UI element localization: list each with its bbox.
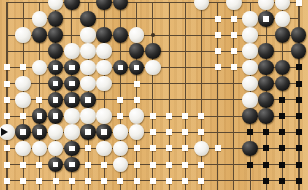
white-territory-marker[interactable] <box>182 113 188 119</box>
white-stone[interactable] <box>145 60 161 76</box>
white-stone[interactable] <box>242 27 258 43</box>
black-stone[interactable] <box>291 43 307 59</box>
dead-black-stone[interactable] <box>80 124 96 140</box>
black-territory-marker[interactable] <box>263 145 269 151</box>
black-stone[interactable] <box>48 27 64 43</box>
dead-black-stone[interactable] <box>48 76 64 92</box>
white-territory-marker[interactable] <box>117 97 123 103</box>
white-territory-marker[interactable] <box>215 64 221 70</box>
white-territory-marker[interactable] <box>134 145 140 151</box>
dead-black-stone[interactable] <box>64 60 80 76</box>
dead-mark-icon <box>69 97 75 103</box>
black-territory-marker[interactable] <box>279 129 285 135</box>
white-stone[interactable] <box>129 108 145 124</box>
star-point <box>151 33 155 37</box>
last-move-stone[interactable] <box>0 124 15 140</box>
black-territory-marker[interactable] <box>247 129 253 135</box>
white-stone[interactable] <box>113 157 129 173</box>
white-territory-marker[interactable] <box>215 16 221 22</box>
white-stone[interactable] <box>242 60 258 76</box>
white-territory-marker[interactable] <box>182 162 188 168</box>
dead-black-stone[interactable] <box>15 124 31 140</box>
black-stone[interactable] <box>258 108 274 124</box>
white-territory-marker[interactable] <box>4 145 10 151</box>
white-stone[interactable] <box>275 11 291 27</box>
white-stone[interactable] <box>32 60 48 76</box>
dead-mark-icon <box>85 129 91 135</box>
dead-black-stone[interactable] <box>32 124 48 140</box>
white-territory-marker[interactable] <box>101 162 107 168</box>
dead-mark-icon <box>53 65 59 71</box>
white-territory-marker[interactable] <box>231 32 237 38</box>
white-territory-marker[interactable] <box>150 162 156 168</box>
dead-black-stone[interactable] <box>32 108 48 124</box>
grid-line <box>217 2 218 190</box>
white-territory-marker[interactable] <box>134 97 140 103</box>
white-stone[interactable] <box>113 124 129 140</box>
black-territory-marker[interactable] <box>296 64 302 70</box>
white-territory-marker[interactable] <box>36 97 42 103</box>
white-territory-marker[interactable] <box>150 129 156 135</box>
white-stone[interactable] <box>194 141 210 157</box>
black-stone[interactable] <box>145 43 161 59</box>
dead-mark-icon <box>53 81 59 87</box>
white-territory-marker[interactable] <box>231 16 237 22</box>
white-territory-marker[interactable] <box>4 64 10 70</box>
white-territory-marker[interactable] <box>198 113 204 119</box>
white-stone[interactable] <box>129 124 145 140</box>
go-app-screenshot <box>0 0 308 190</box>
dead-black-stone[interactable] <box>113 60 129 76</box>
white-territory-marker[interactable] <box>150 178 156 184</box>
white-territory-marker[interactable] <box>134 81 140 87</box>
white-territory-marker[interactable] <box>85 178 91 184</box>
dead-black-stone[interactable] <box>64 76 80 92</box>
black-territory-marker[interactable] <box>263 162 269 168</box>
dead-mark-icon <box>69 146 75 152</box>
black-stone[interactable] <box>48 43 64 59</box>
white-territory-marker[interactable] <box>166 145 172 151</box>
white-stone[interactable] <box>48 124 64 140</box>
dead-mark-icon <box>69 81 75 87</box>
white-stone[interactable] <box>275 0 291 10</box>
white-stone[interactable] <box>96 108 112 124</box>
white-territory-marker[interactable] <box>215 145 221 151</box>
black-territory-marker[interactable] <box>296 162 302 168</box>
white-stone[interactable] <box>226 0 242 10</box>
white-territory-marker[interactable] <box>215 48 221 54</box>
white-territory-marker[interactable] <box>117 178 123 184</box>
dead-black-stone[interactable] <box>48 108 64 124</box>
white-stone[interactable] <box>64 124 80 140</box>
dead-mark-icon <box>53 97 59 103</box>
white-territory-marker[interactable] <box>20 113 26 119</box>
white-territory-marker[interactable] <box>166 129 172 135</box>
black-stone[interactable] <box>96 27 112 43</box>
black-stone[interactable] <box>275 60 291 76</box>
black-territory-marker[interactable] <box>263 129 269 135</box>
dead-black-stone[interactable] <box>258 11 274 27</box>
white-territory-marker[interactable] <box>150 113 156 119</box>
white-stone[interactable] <box>242 11 258 27</box>
black-stone[interactable] <box>258 76 274 92</box>
dead-mark-icon <box>37 113 43 119</box>
black-territory-marker[interactable] <box>247 162 253 168</box>
black-stone[interactable] <box>258 92 274 108</box>
white-territory-marker[interactable] <box>4 97 10 103</box>
white-territory-marker[interactable] <box>166 113 172 119</box>
black-territory-marker[interactable] <box>296 145 302 151</box>
white-stone[interactable] <box>80 60 96 76</box>
white-stone[interactable] <box>96 76 112 92</box>
black-stone[interactable] <box>113 0 129 10</box>
white-territory-marker[interactable] <box>198 129 204 135</box>
white-territory-marker[interactable] <box>231 48 237 54</box>
black-stone[interactable] <box>96 0 112 10</box>
white-stone[interactable] <box>48 141 64 157</box>
white-stone[interactable] <box>48 0 64 10</box>
white-stone[interactable] <box>64 43 80 59</box>
black-territory-marker[interactable] <box>296 81 302 87</box>
white-stone[interactable] <box>96 43 112 59</box>
white-territory-marker[interactable] <box>85 162 91 168</box>
black-stone[interactable] <box>275 27 291 43</box>
white-stone[interactable] <box>242 43 258 59</box>
go-board[interactable] <box>0 0 308 190</box>
white-territory-marker[interactable] <box>117 113 123 119</box>
dead-mark-icon <box>20 129 26 135</box>
dead-black-stone[interactable] <box>80 92 96 108</box>
black-stone[interactable] <box>291 27 307 43</box>
white-territory-marker[interactable] <box>296 0 302 6</box>
white-territory-marker[interactable] <box>166 178 172 184</box>
dead-mark-icon <box>134 65 140 71</box>
white-territory-marker[interactable] <box>150 145 156 151</box>
white-stone[interactable] <box>80 108 96 124</box>
white-territory-marker[interactable] <box>231 64 237 70</box>
white-stone[interactable] <box>242 76 258 92</box>
white-territory-marker[interactable] <box>198 178 204 184</box>
white-stone[interactable] <box>15 76 31 92</box>
dead-mark-icon <box>53 113 59 119</box>
white-territory-marker[interactable] <box>198 162 204 168</box>
dead-black-stone[interactable] <box>48 60 64 76</box>
black-stone[interactable] <box>32 27 48 43</box>
black-territory-marker[interactable] <box>279 113 285 119</box>
dead-mark-icon <box>118 65 124 71</box>
white-territory-marker[interactable] <box>101 178 107 184</box>
white-stone[interactable] <box>15 27 31 43</box>
white-stone[interactable] <box>64 108 80 124</box>
white-stone[interactable] <box>194 0 210 10</box>
black-stone[interactable] <box>113 27 129 43</box>
black-stone[interactable] <box>258 60 274 76</box>
white-stone[interactable] <box>80 76 96 92</box>
black-stone[interactable] <box>242 141 258 157</box>
white-territory-marker[interactable] <box>85 145 91 151</box>
black-stone[interactable] <box>48 11 64 27</box>
dead-black-stone[interactable] <box>96 124 112 140</box>
white-territory-marker[interactable] <box>134 162 140 168</box>
black-territory-marker[interactable] <box>296 113 302 119</box>
black-stone[interactable] <box>275 76 291 92</box>
dead-black-stone[interactable] <box>64 157 80 173</box>
white-stone[interactable] <box>96 60 112 76</box>
white-territory-marker[interactable] <box>69 178 75 184</box>
white-territory-marker[interactable] <box>134 178 140 184</box>
white-stone[interactable] <box>80 27 96 43</box>
white-territory-marker[interactable] <box>182 129 188 135</box>
white-territory-marker[interactable] <box>4 113 10 119</box>
white-territory-marker[interactable] <box>4 81 10 87</box>
black-territory-marker[interactable] <box>263 178 269 184</box>
dead-mark-icon <box>37 129 43 135</box>
grid-line <box>233 2 234 190</box>
white-stone[interactable] <box>32 11 48 27</box>
dead-mark-icon <box>69 65 75 71</box>
black-stone[interactable] <box>129 43 145 59</box>
black-stone[interactable] <box>242 108 258 124</box>
dead-mark-icon <box>263 16 269 22</box>
black-territory-marker[interactable] <box>279 162 285 168</box>
white-stone[interactable] <box>242 92 258 108</box>
white-territory-marker[interactable] <box>182 145 188 151</box>
black-stone[interactable] <box>80 11 96 27</box>
white-territory-marker[interactable] <box>4 162 10 168</box>
white-territory-marker[interactable] <box>215 32 221 38</box>
dead-mark-icon <box>101 129 107 135</box>
dead-black-stone[interactable] <box>64 92 80 108</box>
white-territory-marker[interactable] <box>20 162 26 168</box>
black-territory-marker[interactable] <box>279 97 285 103</box>
white-stone[interactable] <box>96 141 112 157</box>
white-territory-marker[interactable] <box>182 178 188 184</box>
black-territory-marker[interactable] <box>279 178 285 184</box>
black-territory-marker[interactable] <box>279 145 285 151</box>
last-move-triangle-icon <box>1 128 8 136</box>
black-territory-marker[interactable] <box>296 97 302 103</box>
dead-mark-icon <box>85 97 91 103</box>
white-stone[interactable] <box>129 27 145 43</box>
white-territory-marker[interactable] <box>36 162 42 168</box>
black-territory-marker[interactable] <box>296 178 302 184</box>
white-stone[interactable] <box>258 0 274 10</box>
white-territory-marker[interactable] <box>20 64 26 70</box>
white-territory-marker[interactable] <box>4 178 10 184</box>
white-stone[interactable] <box>15 92 31 108</box>
white-territory-marker[interactable] <box>20 178 26 184</box>
black-territory-marker[interactable] <box>296 129 302 135</box>
white-stone[interactable] <box>113 141 129 157</box>
dead-black-stone[interactable] <box>48 92 64 108</box>
white-stone[interactable] <box>15 141 31 157</box>
dead-mark-icon <box>69 162 75 168</box>
white-stone[interactable] <box>80 43 96 59</box>
dead-black-stone[interactable] <box>48 157 64 173</box>
white-stone[interactable] <box>32 141 48 157</box>
white-territory-marker[interactable] <box>166 162 172 168</box>
white-territory-marker[interactable] <box>36 178 42 184</box>
black-stone[interactable] <box>64 0 80 10</box>
dead-black-stone[interactable] <box>64 141 80 157</box>
white-territory-marker[interactable] <box>53 178 59 184</box>
dead-mark-icon <box>53 162 59 168</box>
dead-black-stone[interactable] <box>129 60 145 76</box>
black-stone[interactable] <box>258 43 274 59</box>
